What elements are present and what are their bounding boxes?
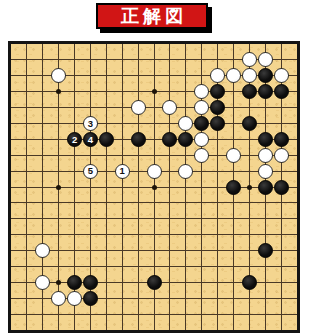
stone-white	[162, 100, 177, 115]
stone-black	[178, 132, 193, 147]
stone-black	[99, 132, 114, 147]
stone-black	[67, 275, 82, 290]
stone-black-move-2: 2	[67, 132, 82, 147]
stone-white	[35, 275, 50, 290]
stone-white	[194, 84, 209, 99]
stone-black	[274, 84, 289, 99]
stone-black	[242, 84, 257, 99]
stone-black	[258, 132, 273, 147]
grid-line-horizontal	[11, 314, 297, 315]
stone-black	[258, 68, 273, 83]
grid-line-horizontal	[11, 266, 297, 267]
stone-white	[131, 100, 146, 115]
stone-white-move-5: 5	[83, 164, 98, 179]
stone-black-move-4: 4	[83, 132, 98, 147]
stone-white	[194, 132, 209, 147]
stone-black	[258, 84, 273, 99]
star-point	[247, 185, 252, 190]
stone-black	[226, 180, 241, 195]
grid-line-vertical	[169, 44, 170, 330]
stone-white	[67, 291, 82, 306]
stone-white	[242, 68, 257, 83]
stone-black	[274, 132, 289, 147]
stone-white	[226, 68, 241, 83]
star-point	[152, 89, 157, 94]
stone-black	[242, 116, 257, 131]
grid-line-horizontal	[11, 202, 297, 203]
stone-black	[274, 180, 289, 195]
star-point	[152, 185, 157, 190]
stone-white	[147, 164, 162, 179]
stone-white	[51, 291, 66, 306]
stone-black	[210, 116, 225, 131]
board-grid: 32451	[11, 44, 297, 330]
stone-white	[194, 148, 209, 163]
stone-white-move-1: 1	[115, 164, 130, 179]
stone-black	[83, 291, 98, 306]
stone-white	[178, 164, 193, 179]
stone-black	[242, 275, 257, 290]
grid-line-horizontal	[11, 250, 297, 251]
star-point	[56, 185, 61, 190]
stone-white	[210, 68, 225, 83]
go-board: 32451	[8, 41, 300, 333]
stone-white-move-3: 3	[83, 116, 98, 131]
stone-black	[258, 180, 273, 195]
stone-white	[258, 148, 273, 163]
stone-black	[210, 100, 225, 115]
stone-black	[258, 243, 273, 258]
stone-white	[35, 243, 50, 258]
stone-black	[194, 116, 209, 131]
stone-black	[83, 275, 98, 290]
stone-white	[51, 68, 66, 83]
grid-line-horizontal	[11, 218, 297, 219]
diagram-title-box: 正解図	[96, 3, 208, 29]
stone-black	[210, 84, 225, 99]
diagram-title-text: 正解図	[117, 7, 187, 25]
stone-white	[274, 148, 289, 163]
grid-line-vertical	[185, 44, 186, 330]
stone-white	[274, 68, 289, 83]
stone-black	[162, 132, 177, 147]
stone-white	[226, 148, 241, 163]
stone-white	[178, 116, 193, 131]
stone-white	[242, 52, 257, 67]
stone-white	[258, 52, 273, 67]
star-point	[56, 280, 61, 285]
stone-white	[258, 164, 273, 179]
stone-black	[131, 132, 146, 147]
stone-white	[194, 100, 209, 115]
star-point	[56, 89, 61, 94]
grid-line-horizontal	[11, 234, 297, 235]
stone-black	[147, 275, 162, 290]
